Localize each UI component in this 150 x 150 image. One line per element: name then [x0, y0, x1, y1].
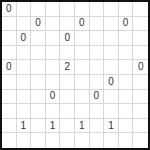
- empty-cell[interactable]: [133, 119, 148, 134]
- clue-cell: 0: [2, 60, 17, 75]
- empty-cell[interactable]: [75, 31, 90, 46]
- empty-cell[interactable]: [31, 133, 46, 148]
- empty-cell[interactable]: [2, 31, 17, 46]
- empty-cell[interactable]: [31, 90, 46, 105]
- empty-cell[interactable]: [119, 31, 134, 46]
- empty-cell[interactable]: [60, 104, 75, 119]
- empty-cell[interactable]: [90, 31, 105, 46]
- empty-cell[interactable]: [17, 46, 32, 61]
- empty-cell[interactable]: [119, 133, 134, 148]
- empty-cell[interactable]: [17, 90, 32, 105]
- clue-cell: 0: [90, 90, 105, 105]
- empty-cell[interactable]: [133, 90, 148, 105]
- empty-cell[interactable]: [31, 31, 46, 46]
- clue-cell: 1: [17, 119, 32, 134]
- empty-cell[interactable]: [46, 60, 61, 75]
- empty-cell[interactable]: [17, 17, 32, 32]
- empty-cell[interactable]: [104, 90, 119, 105]
- empty-cell[interactable]: [46, 46, 61, 61]
- empty-cell[interactable]: [60, 46, 75, 61]
- empty-cell[interactable]: [17, 60, 32, 75]
- clue-cell: 0: [60, 31, 75, 46]
- empty-cell[interactable]: [104, 133, 119, 148]
- empty-cell[interactable]: [90, 17, 105, 32]
- empty-cell[interactable]: [119, 119, 134, 134]
- empty-cell[interactable]: [31, 60, 46, 75]
- empty-cell[interactable]: [2, 119, 17, 134]
- empty-cell[interactable]: [104, 60, 119, 75]
- empty-cell[interactable]: [133, 31, 148, 46]
- empty-cell[interactable]: [17, 133, 32, 148]
- clue-cell: 0: [46, 90, 61, 105]
- empty-cell[interactable]: [75, 90, 90, 105]
- empty-cell[interactable]: [31, 119, 46, 134]
- empty-cell[interactable]: [2, 133, 17, 148]
- clue-cell: 0: [2, 2, 17, 17]
- empty-cell[interactable]: [104, 31, 119, 46]
- empty-cell[interactable]: [60, 17, 75, 32]
- empty-cell[interactable]: [90, 46, 105, 61]
- empty-cell[interactable]: [133, 2, 148, 17]
- empty-cell[interactable]: [60, 133, 75, 148]
- empty-cell[interactable]: [46, 104, 61, 119]
- empty-cell[interactable]: [75, 133, 90, 148]
- empty-cell[interactable]: [31, 2, 46, 17]
- empty-cell[interactable]: [2, 17, 17, 32]
- empty-cell[interactable]: [17, 2, 32, 17]
- empty-cell[interactable]: [60, 119, 75, 134]
- empty-cell[interactable]: [60, 75, 75, 90]
- empty-cell[interactable]: [46, 133, 61, 148]
- clue-cell: 1: [75, 119, 90, 134]
- empty-cell[interactable]: [75, 2, 90, 17]
- empty-cell[interactable]: [60, 90, 75, 105]
- empty-cell[interactable]: [46, 75, 61, 90]
- empty-cell[interactable]: [119, 46, 134, 61]
- empty-cell[interactable]: [90, 2, 105, 17]
- empty-cell[interactable]: [119, 75, 134, 90]
- empty-cell[interactable]: [104, 46, 119, 61]
- clue-cell: 0: [31, 17, 46, 32]
- empty-cell[interactable]: [2, 90, 17, 105]
- clue-cell: 0: [17, 31, 32, 46]
- empty-cell[interactable]: [90, 104, 105, 119]
- empty-cell[interactable]: [133, 104, 148, 119]
- empty-cell[interactable]: [75, 104, 90, 119]
- empty-cell[interactable]: [46, 17, 61, 32]
- empty-cell[interactable]: [75, 75, 90, 90]
- empty-cell[interactable]: [75, 46, 90, 61]
- empty-cell[interactable]: [133, 17, 148, 32]
- empty-cell[interactable]: [133, 133, 148, 148]
- empty-cell[interactable]: [133, 75, 148, 90]
- empty-cell[interactable]: [60, 2, 75, 17]
- clue-cell: 0: [75, 17, 90, 32]
- empty-cell[interactable]: [2, 104, 17, 119]
- empty-cell[interactable]: [31, 104, 46, 119]
- empty-cell[interactable]: [17, 75, 32, 90]
- clue-cell: 0: [133, 60, 148, 75]
- empty-cell[interactable]: [17, 104, 32, 119]
- clue-cell: 0: [104, 75, 119, 90]
- clue-cell: 2: [60, 60, 75, 75]
- puzzle-board: 0000000200001111: [0, 0, 150, 150]
- empty-cell[interactable]: [133, 46, 148, 61]
- empty-cell[interactable]: [46, 31, 61, 46]
- empty-cell[interactable]: [2, 46, 17, 61]
- empty-cell[interactable]: [104, 104, 119, 119]
- clue-cell: 1: [104, 119, 119, 134]
- clue-cell: 1: [46, 119, 61, 134]
- empty-cell[interactable]: [90, 60, 105, 75]
- empty-cell[interactable]: [75, 60, 90, 75]
- empty-cell[interactable]: [119, 60, 134, 75]
- clue-cell: 0: [119, 17, 134, 32]
- empty-cell[interactable]: [31, 75, 46, 90]
- empty-cell[interactable]: [119, 2, 134, 17]
- empty-cell[interactable]: [104, 17, 119, 32]
- empty-cell[interactable]: [90, 119, 105, 134]
- empty-cell[interactable]: [90, 75, 105, 90]
- empty-cell[interactable]: [2, 75, 17, 90]
- empty-cell[interactable]: [46, 2, 61, 17]
- empty-cell[interactable]: [119, 104, 134, 119]
- empty-cell[interactable]: [104, 2, 119, 17]
- empty-cell[interactable]: [119, 90, 134, 105]
- empty-cell[interactable]: [31, 46, 46, 61]
- empty-cell[interactable]: [90, 133, 105, 148]
